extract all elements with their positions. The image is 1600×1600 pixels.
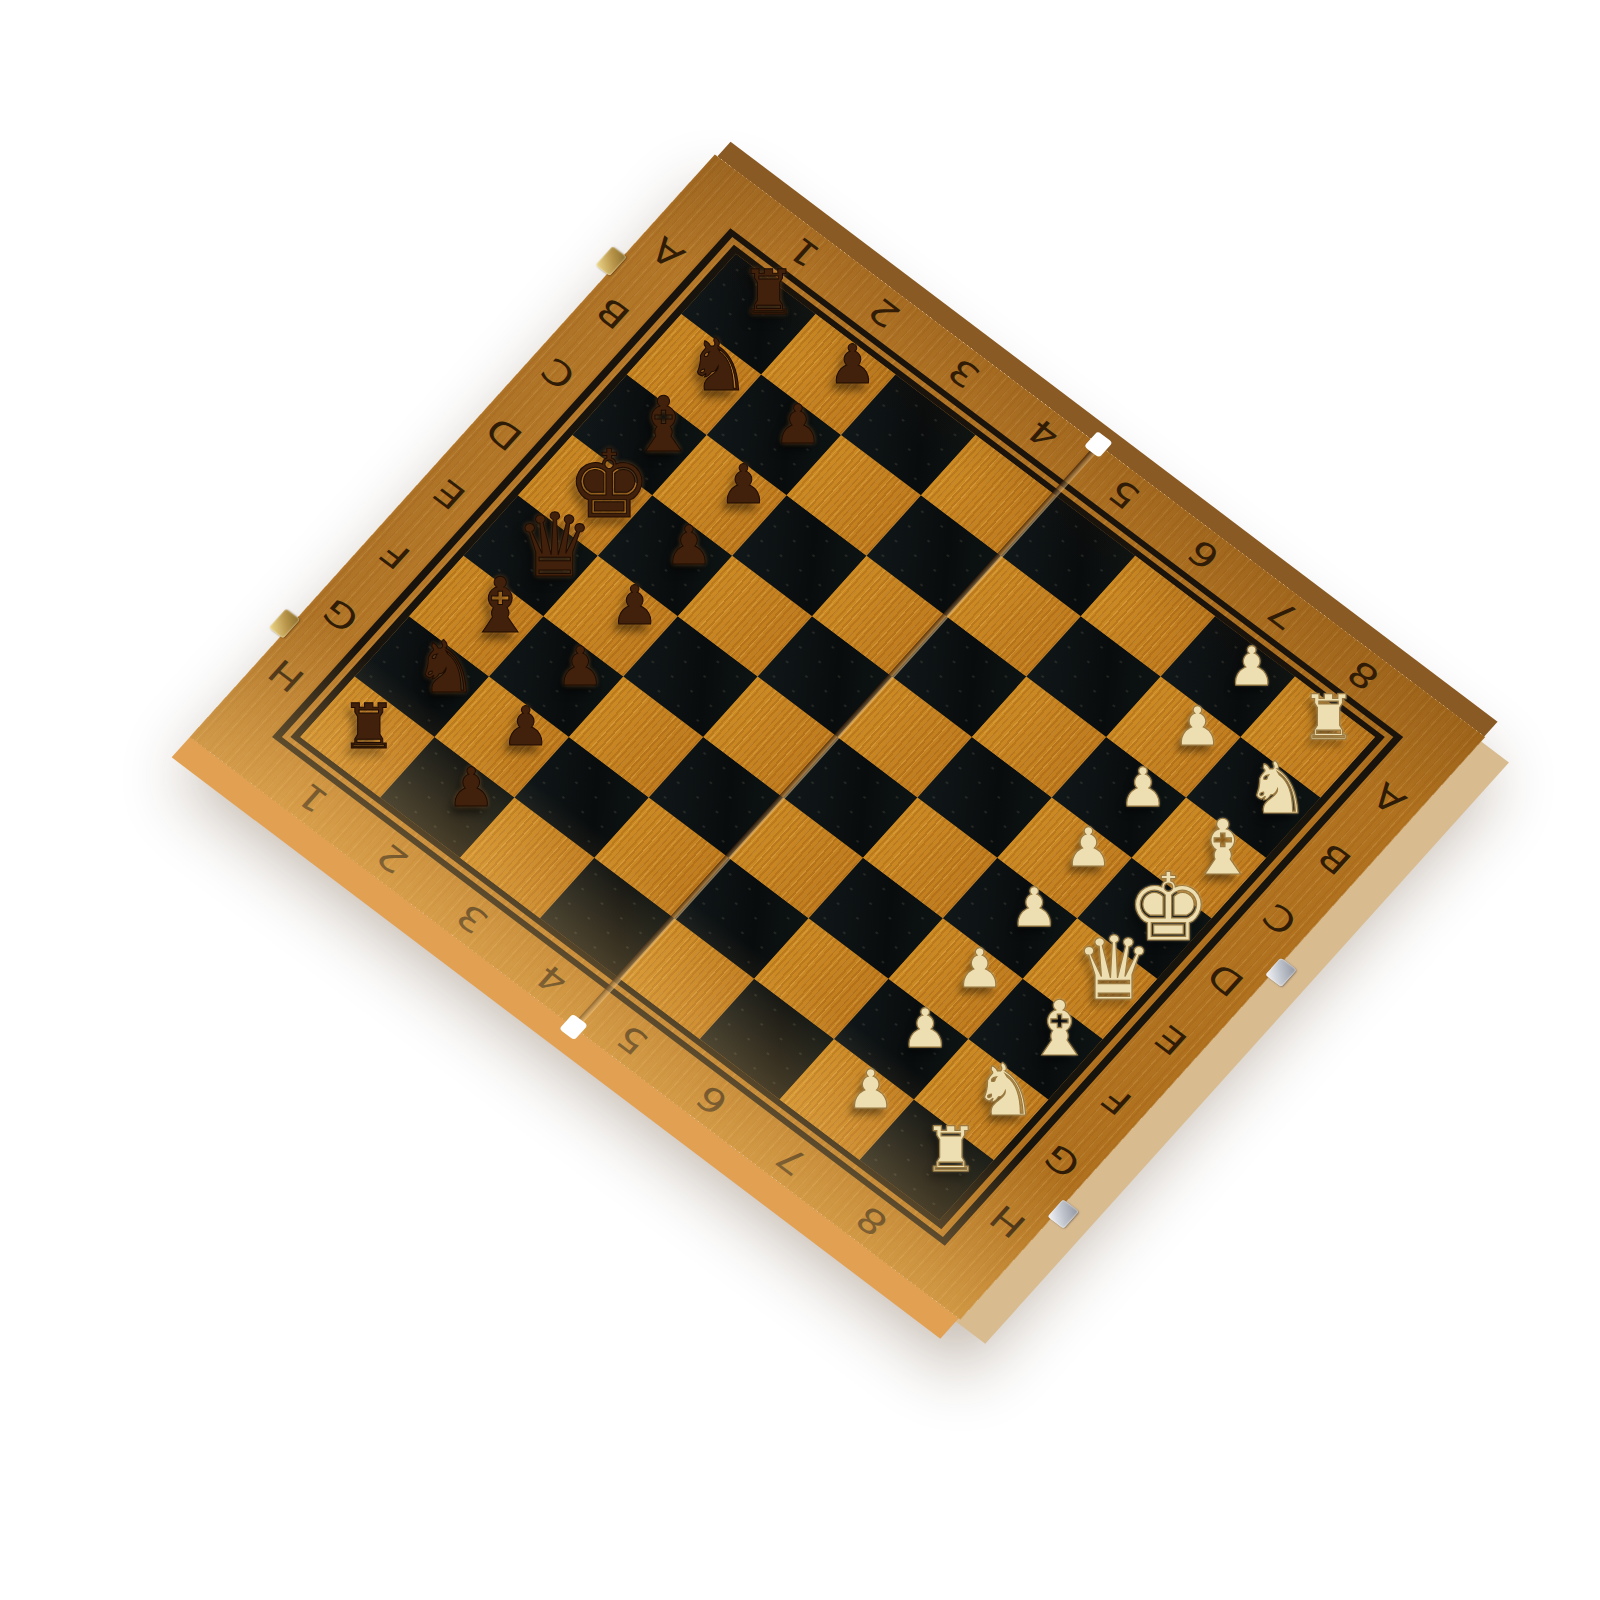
brass-latch-icon [269,609,300,639]
brass-latch-icon [595,246,626,276]
piece-dark-pawn-h2: ♟ [424,740,519,835]
chess-board: ♜♞♝♚♛♝♞♜♟♟♟♟♟♟♟♟♟♟♟♟♟♟♟♟♜♞♝♚♛♝♞♜ HH11GG2… [190,154,1485,1319]
silver-latch-icon [1048,1199,1079,1228]
file-label-upper-E: E [396,450,502,540]
file-label-upper-D: D [451,389,557,479]
piece-dark-rook-h1: ♜ [321,679,416,774]
file-label-upper-B: B [560,268,666,358]
file-label-upper-F: F [342,510,448,600]
file-label-upper-G: G [288,570,394,660]
file-label-lower-A: A [1336,754,1442,844]
file-label-upper-C: C [505,329,611,419]
silver-latch-icon [1265,958,1296,987]
file-label-upper-A: A [614,208,720,298]
product-photo: ♜♞♝♚♛♝♞♜♟♟♟♟♟♟♟♟♟♟♟♟♟♟♟♟♜♞♝♚♛♝♞♜ HH11GG2… [0,0,1600,1600]
piece-light-rook-h8: ♜ [903,1102,998,1197]
